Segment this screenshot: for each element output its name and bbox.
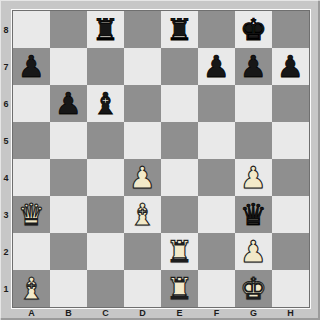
square-b6[interactable]: ♟	[50, 85, 87, 122]
white-queen[interactable]: ♛	[18, 196, 45, 233]
black-rook[interactable]: ♜	[166, 11, 193, 48]
square-g7[interactable]: ♟	[235, 48, 272, 85]
square-a8[interactable]	[13, 11, 50, 48]
square-d4[interactable]: ♟	[124, 159, 161, 196]
file-label-c: C	[87, 306, 124, 320]
black-bishop[interactable]: ♝	[92, 85, 119, 122]
black-pawn[interactable]: ♟	[55, 85, 82, 122]
white-pawn[interactable]: ♟	[240, 159, 267, 196]
square-f3[interactable]	[198, 196, 235, 233]
rank-label-2: 2	[0, 233, 12, 270]
square-g5[interactable]	[235, 122, 272, 159]
file-label-g: G	[235, 306, 272, 320]
square-c3[interactable]	[87, 196, 124, 233]
rank-label-5: 5	[0, 122, 12, 159]
square-e7[interactable]	[161, 48, 198, 85]
square-e1[interactable]: ♜	[161, 270, 198, 307]
rank-label-6: 6	[0, 85, 12, 122]
square-c4[interactable]	[87, 159, 124, 196]
square-b2[interactable]	[50, 233, 87, 270]
square-d7[interactable]	[124, 48, 161, 85]
square-h4[interactable]	[272, 159, 309, 196]
black-queen[interactable]: ♛	[240, 196, 267, 233]
square-h8[interactable]	[272, 11, 309, 48]
white-bishop[interactable]: ♝	[18, 270, 45, 307]
square-h1[interactable]	[272, 270, 309, 307]
file-label-d: D	[124, 306, 161, 320]
file-label-a: A	[13, 306, 50, 320]
square-e4[interactable]	[161, 159, 198, 196]
square-d3[interactable]: ♝	[124, 196, 161, 233]
black-rook[interactable]: ♜	[92, 11, 119, 48]
rank-label-3: 3	[0, 196, 12, 233]
square-d1[interactable]	[124, 270, 161, 307]
square-f2[interactable]	[198, 233, 235, 270]
rank-label-4: 4	[0, 159, 12, 196]
square-g1[interactable]: ♚	[235, 270, 272, 307]
white-bishop[interactable]: ♝	[129, 196, 156, 233]
chess-board: ♜♜♚♟♟♟♟♟♝♟♟♛♝♛♜♟♝♜♚	[12, 10, 310, 308]
square-b5[interactable]	[50, 122, 87, 159]
square-e8[interactable]: ♜	[161, 11, 198, 48]
file-label-e: E	[161, 306, 198, 320]
rank-label-7: 7	[0, 48, 12, 85]
square-b8[interactable]	[50, 11, 87, 48]
rank-labels: 87654321	[0, 11, 12, 307]
white-pawn[interactable]: ♟	[129, 159, 156, 196]
square-f4[interactable]	[198, 159, 235, 196]
square-a1[interactable]: ♝	[13, 270, 50, 307]
square-c1[interactable]	[87, 270, 124, 307]
square-f6[interactable]	[198, 85, 235, 122]
square-c5[interactable]	[87, 122, 124, 159]
square-d6[interactable]	[124, 85, 161, 122]
square-g2[interactable]: ♟	[235, 233, 272, 270]
square-d8[interactable]	[124, 11, 161, 48]
square-h5[interactable]	[272, 122, 309, 159]
black-king[interactable]: ♚	[240, 11, 267, 48]
square-a3[interactable]: ♛	[13, 196, 50, 233]
square-a7[interactable]: ♟	[13, 48, 50, 85]
black-pawn[interactable]: ♟	[240, 48, 267, 85]
square-g4[interactable]: ♟	[235, 159, 272, 196]
rank-label-8: 8	[0, 11, 12, 48]
square-d5[interactable]	[124, 122, 161, 159]
square-f7[interactable]: ♟	[198, 48, 235, 85]
rank-label-1: 1	[0, 270, 12, 307]
white-rook[interactable]: ♜	[166, 233, 193, 270]
file-label-h: H	[272, 306, 309, 320]
square-e3[interactable]	[161, 196, 198, 233]
file-label-b: B	[50, 306, 87, 320]
square-b4[interactable]	[50, 159, 87, 196]
white-king[interactable]: ♚	[240, 270, 267, 307]
square-a6[interactable]	[13, 85, 50, 122]
square-e2[interactable]: ♜	[161, 233, 198, 270]
file-label-f: F	[198, 306, 235, 320]
file-labels: ABCDEFGH	[13, 306, 309, 320]
square-a4[interactable]	[13, 159, 50, 196]
square-g6[interactable]	[235, 85, 272, 122]
square-f5[interactable]	[198, 122, 235, 159]
square-a2[interactable]	[13, 233, 50, 270]
board-panel: 87654321 ♜♜♚♟♟♟♟♟♝♟♟♛♝♛♜♟♝♜♚ ABCDEFGH	[0, 0, 320, 320]
square-c8[interactable]: ♜	[87, 11, 124, 48]
black-pawn[interactable]: ♟	[203, 48, 230, 85]
square-h3[interactable]	[272, 196, 309, 233]
square-g3[interactable]: ♛	[235, 196, 272, 233]
black-pawn[interactable]: ♟	[277, 48, 304, 85]
square-e6[interactable]	[161, 85, 198, 122]
square-c2[interactable]	[87, 233, 124, 270]
square-d2[interactable]	[124, 233, 161, 270]
square-b1[interactable]	[50, 270, 87, 307]
square-b7[interactable]	[50, 48, 87, 85]
square-h2[interactable]	[272, 233, 309, 270]
square-h6[interactable]	[272, 85, 309, 122]
square-e5[interactable]	[161, 122, 198, 159]
square-b3[interactable]	[50, 196, 87, 233]
square-g8[interactable]: ♚	[235, 11, 272, 48]
black-pawn[interactable]: ♟	[18, 48, 45, 85]
square-a5[interactable]	[13, 122, 50, 159]
square-f1[interactable]	[198, 270, 235, 307]
white-pawn[interactable]: ♟	[240, 233, 267, 270]
white-rook[interactable]: ♜	[166, 270, 193, 307]
square-f8[interactable]	[198, 11, 235, 48]
square-c7[interactable]	[87, 48, 124, 85]
square-c6[interactable]: ♝	[87, 85, 124, 122]
square-h7[interactable]: ♟	[272, 48, 309, 85]
